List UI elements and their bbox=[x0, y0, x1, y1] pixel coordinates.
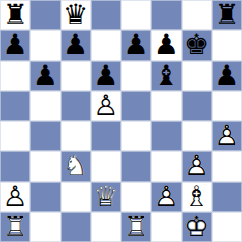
square-g3[interactable]: ♟♙ bbox=[182, 151, 212, 181]
square-a6[interactable] bbox=[0, 61, 30, 91]
white-pawn-piece[interactable]: ♟♙ bbox=[212, 121, 242, 151]
black-bishop-piece[interactable]: ♝ bbox=[151, 61, 181, 91]
square-a3[interactable] bbox=[0, 151, 30, 181]
square-f8[interactable] bbox=[151, 0, 181, 30]
square-d7[interactable] bbox=[91, 30, 121, 60]
square-b7[interactable] bbox=[30, 30, 60, 60]
square-c2[interactable] bbox=[61, 182, 91, 212]
square-c6[interactable] bbox=[61, 61, 91, 91]
square-g8[interactable] bbox=[182, 0, 212, 30]
square-c8[interactable]: ♛ bbox=[61, 0, 91, 30]
black-pawn-piece[interactable]: ♟ bbox=[0, 30, 30, 60]
square-b3[interactable] bbox=[30, 151, 60, 181]
square-f5[interactable] bbox=[151, 91, 181, 121]
piece-outline: ♘ bbox=[61, 151, 91, 181]
square-e3[interactable] bbox=[121, 151, 151, 181]
square-g7[interactable]: ♚ bbox=[182, 30, 212, 60]
white-bishop-piece[interactable]: ♝♗ bbox=[182, 182, 212, 212]
square-a5[interactable] bbox=[0, 91, 30, 121]
piece-outline: ♙ bbox=[151, 182, 181, 212]
square-g4[interactable] bbox=[182, 121, 212, 151]
black-pawn-piece[interactable]: ♟ bbox=[91, 61, 121, 91]
square-f3[interactable] bbox=[151, 151, 181, 181]
white-rook-piece[interactable]: ♜♖ bbox=[0, 212, 30, 242]
square-f2[interactable]: ♟♙ bbox=[151, 182, 181, 212]
white-king-piece[interactable]: ♚♔ bbox=[182, 212, 212, 242]
white-knight-piece[interactable]: ♞♘ bbox=[61, 151, 91, 181]
square-f6[interactable]: ♝ bbox=[151, 61, 181, 91]
square-h2[interactable] bbox=[212, 182, 242, 212]
square-a7[interactable]: ♟ bbox=[0, 30, 30, 60]
square-e4[interactable] bbox=[121, 121, 151, 151]
piece-outline: ♔ bbox=[182, 212, 212, 242]
black-pawn-piece[interactable]: ♟ bbox=[61, 30, 91, 60]
square-a1[interactable]: ♜♖ bbox=[0, 212, 30, 242]
square-e2[interactable] bbox=[121, 182, 151, 212]
white-queen-piece[interactable]: ♛♕ bbox=[91, 182, 121, 212]
white-pawn-piece[interactable]: ♟♙ bbox=[182, 151, 212, 181]
black-pawn-piece[interactable]: ♟ bbox=[121, 30, 151, 60]
square-c7[interactable]: ♟ bbox=[61, 30, 91, 60]
square-e8[interactable] bbox=[121, 0, 151, 30]
square-g6[interactable] bbox=[182, 61, 212, 91]
square-d4[interactable] bbox=[91, 121, 121, 151]
square-h7[interactable] bbox=[212, 30, 242, 60]
black-pawn-piece[interactable]: ♟ bbox=[151, 30, 181, 60]
piece-outline: ♙ bbox=[0, 182, 30, 212]
white-pawn-piece[interactable]: ♟♙ bbox=[91, 91, 121, 121]
square-a2[interactable]: ♟♙ bbox=[0, 182, 30, 212]
square-b5[interactable] bbox=[30, 91, 60, 121]
square-a4[interactable] bbox=[0, 121, 30, 151]
square-b4[interactable] bbox=[30, 121, 60, 151]
piece-outline: ♙ bbox=[182, 151, 212, 181]
black-king-piece[interactable]: ♚ bbox=[182, 30, 212, 60]
piece-outline: ♙ bbox=[212, 121, 242, 151]
square-b1[interactable] bbox=[30, 212, 60, 242]
square-d5[interactable]: ♟♙ bbox=[91, 91, 121, 121]
square-d3[interactable] bbox=[91, 151, 121, 181]
white-rook-piece[interactable]: ♜♖ bbox=[121, 212, 151, 242]
square-h3[interactable] bbox=[212, 151, 242, 181]
square-g1[interactable]: ♚♔ bbox=[182, 212, 212, 242]
square-f1[interactable] bbox=[151, 212, 181, 242]
square-h8[interactable]: ♜ bbox=[212, 0, 242, 30]
piece-outline: ♖ bbox=[0, 212, 30, 242]
square-c3[interactable]: ♞♘ bbox=[61, 151, 91, 181]
square-h5[interactable] bbox=[212, 91, 242, 121]
square-f7[interactable]: ♟ bbox=[151, 30, 181, 60]
black-pawn-piece[interactable]: ♟ bbox=[30, 61, 60, 91]
square-c4[interactable] bbox=[61, 121, 91, 151]
black-rook-piece[interactable]: ♜ bbox=[0, 0, 30, 30]
square-a8[interactable]: ♜ bbox=[0, 0, 30, 30]
white-pawn-piece[interactable]: ♟♙ bbox=[151, 182, 181, 212]
black-rook-piece[interactable]: ♜ bbox=[212, 0, 242, 30]
square-h4[interactable]: ♟♙ bbox=[212, 121, 242, 151]
piece-outline: ♗ bbox=[182, 182, 212, 212]
square-d2[interactable]: ♛♕ bbox=[91, 182, 121, 212]
square-c5[interactable] bbox=[61, 91, 91, 121]
square-b2[interactable] bbox=[30, 182, 60, 212]
square-h6[interactable]: ♟ bbox=[212, 61, 242, 91]
square-b8[interactable] bbox=[30, 0, 60, 30]
square-d8[interactable] bbox=[91, 0, 121, 30]
square-e7[interactable]: ♟ bbox=[121, 30, 151, 60]
piece-outline: ♖ bbox=[121, 212, 151, 242]
chess-board: ♜♛♜♟♟♟♟♚♟♟♝♟♟♙♟♙♞♘♟♙♟♙♛♕♟♙♝♗♜♖♜♖♚♔ bbox=[0, 0, 242, 242]
square-e1[interactable]: ♜♖ bbox=[121, 212, 151, 242]
black-pawn-piece[interactable]: ♟ bbox=[212, 61, 242, 91]
square-e6[interactable] bbox=[121, 61, 151, 91]
square-h1[interactable] bbox=[212, 212, 242, 242]
square-f4[interactable] bbox=[151, 121, 181, 151]
square-e5[interactable] bbox=[121, 91, 151, 121]
black-queen-piece[interactable]: ♛ bbox=[61, 0, 91, 30]
square-d6[interactable]: ♟ bbox=[91, 61, 121, 91]
square-g5[interactable] bbox=[182, 91, 212, 121]
square-b6[interactable]: ♟ bbox=[30, 61, 60, 91]
white-pawn-piece[interactable]: ♟♙ bbox=[0, 182, 30, 212]
square-d1[interactable] bbox=[91, 212, 121, 242]
square-g2[interactable]: ♝♗ bbox=[182, 182, 212, 212]
piece-outline: ♙ bbox=[91, 91, 121, 121]
piece-outline: ♕ bbox=[91, 182, 121, 212]
square-c1[interactable] bbox=[61, 212, 91, 242]
